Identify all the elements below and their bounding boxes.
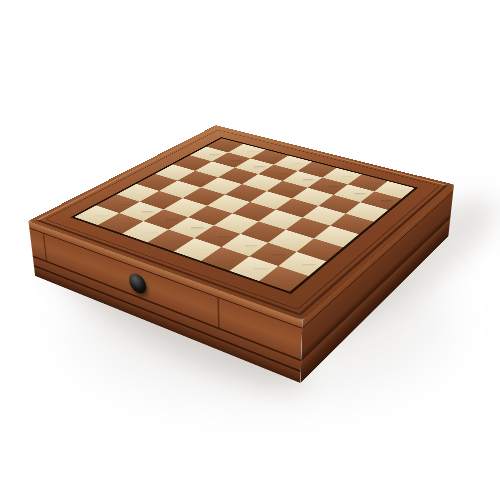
drawer-knob[interactable] xyxy=(129,271,147,296)
wooden-chess-box: ♜♞♝♛♚♝♞♜♟♟♟♟♟♟♟♟♟♟♟♟♟♟♟♟♜♞♝♛♚♝♞♜ xyxy=(28,125,454,320)
chess-box-scene: ♜♞♝♛♚♝♞♜♟♟♟♟♟♟♟♟♟♟♟♟♟♟♟♟♜♞♝♛♚♝♞♜ xyxy=(25,20,475,470)
drawer-seam-right xyxy=(218,298,220,328)
drawer-seam-left xyxy=(43,233,47,261)
white-rook-icon: ♜ xyxy=(264,237,304,281)
product-photo-stage: ♜♞♝♛♚♝♞♜♟♟♟♟♟♟♟♟♟♟♟♟♟♟♟♟♜♞♝♛♚♝♞♜ xyxy=(0,0,500,500)
